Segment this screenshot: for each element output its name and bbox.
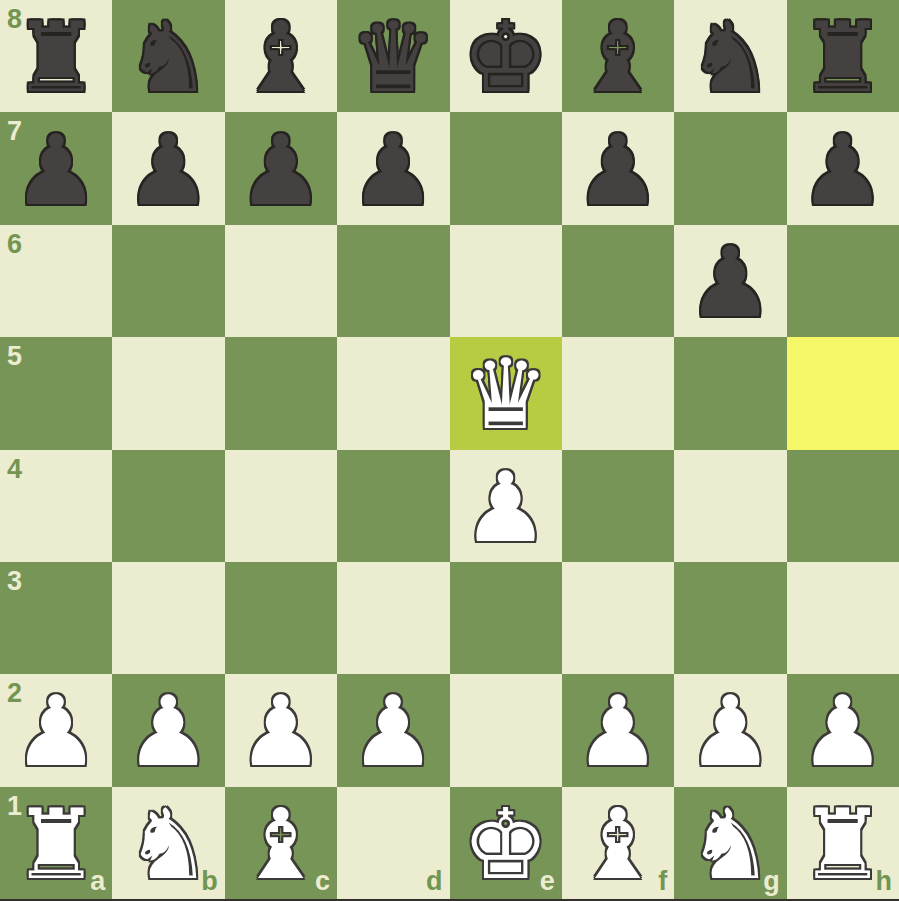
square-a2[interactable]: 2♟ <box>0 674 112 786</box>
square-c7[interactable]: ♟ <box>225 112 337 224</box>
square-f2[interactable]: ♟ <box>562 674 674 786</box>
square-e8[interactable]: ♚ <box>450 0 562 112</box>
black-bishop[interactable]: ♝ <box>237 2 324 112</box>
square-b3[interactable] <box>112 562 224 674</box>
square-g3[interactable] <box>674 562 786 674</box>
square-e7[interactable] <box>450 112 562 224</box>
white-pawn[interactable]: ♟ <box>575 676 662 786</box>
square-b8[interactable]: ♞ <box>112 0 224 112</box>
rank-label-5: 5 <box>7 343 22 370</box>
chess-board-container: 8♜♞♝♛♚♝♞♜7♟♟♟♟♟♟6♟5♛4♟32♟♟♟♟♟♟♟1a♜b♞c♝de… <box>0 0 899 901</box>
square-c4[interactable] <box>225 450 337 562</box>
black-pawn[interactable]: ♟ <box>237 115 324 225</box>
square-b1[interactable]: b♞ <box>112 787 224 899</box>
square-h4[interactable] <box>787 450 899 562</box>
square-c6[interactable] <box>225 225 337 337</box>
black-knight[interactable]: ♞ <box>687 2 774 112</box>
white-pawn[interactable]: ♟ <box>350 676 437 786</box>
white-bishop[interactable]: ♝ <box>237 789 324 899</box>
square-f1[interactable]: f♝ <box>562 787 674 899</box>
square-f5[interactable] <box>562 337 674 449</box>
square-d2[interactable]: ♟ <box>337 674 449 786</box>
white-pawn[interactable]: ♟ <box>687 676 774 786</box>
black-pawn[interactable]: ♟ <box>799 115 886 225</box>
square-c1[interactable]: c♝ <box>225 787 337 899</box>
square-b5[interactable] <box>112 337 224 449</box>
black-knight[interactable]: ♞ <box>125 2 212 112</box>
square-e1[interactable]: e♚ <box>450 787 562 899</box>
square-h1[interactable]: h♜ <box>787 787 899 899</box>
black-queen[interactable]: ♛ <box>350 2 437 112</box>
square-h8[interactable]: ♜ <box>787 0 899 112</box>
square-c2[interactable]: ♟ <box>225 674 337 786</box>
square-g8[interactable]: ♞ <box>674 0 786 112</box>
square-g6[interactable]: ♟ <box>674 225 786 337</box>
chess-board: 8♜♞♝♛♚♝♞♜7♟♟♟♟♟♟6♟5♛4♟32♟♟♟♟♟♟♟1a♜b♞c♝de… <box>0 0 899 899</box>
square-d8[interactable]: ♛ <box>337 0 449 112</box>
square-g5[interactable] <box>674 337 786 449</box>
square-a1[interactable]: 1a♜ <box>0 787 112 899</box>
white-queen[interactable]: ♛ <box>462 339 549 449</box>
square-a4[interactable]: 4 <box>0 450 112 562</box>
square-c3[interactable] <box>225 562 337 674</box>
square-c5[interactable] <box>225 337 337 449</box>
black-pawn[interactable]: ♟ <box>575 115 662 225</box>
black-pawn[interactable]: ♟ <box>687 227 774 337</box>
square-d6[interactable] <box>337 225 449 337</box>
square-g4[interactable] <box>674 450 786 562</box>
rank-label-3: 3 <box>7 568 22 595</box>
square-b4[interactable] <box>112 450 224 562</box>
square-f3[interactable] <box>562 562 674 674</box>
square-d4[interactable] <box>337 450 449 562</box>
white-king[interactable]: ♚ <box>462 789 549 899</box>
square-e4[interactable]: ♟ <box>450 450 562 562</box>
square-g1[interactable]: g♞ <box>674 787 786 899</box>
square-b7[interactable]: ♟ <box>112 112 224 224</box>
square-f8[interactable]: ♝ <box>562 0 674 112</box>
rank-label-4: 4 <box>7 456 22 483</box>
white-pawn[interactable]: ♟ <box>462 452 549 562</box>
square-g2[interactable]: ♟ <box>674 674 786 786</box>
black-rook[interactable]: ♜ <box>13 2 100 112</box>
black-pawn[interactable]: ♟ <box>350 115 437 225</box>
square-a6[interactable]: 6 <box>0 225 112 337</box>
square-d3[interactable] <box>337 562 449 674</box>
black-rook[interactable]: ♜ <box>799 2 886 112</box>
square-e5[interactable]: ♛ <box>450 337 562 449</box>
white-pawn[interactable]: ♟ <box>237 676 324 786</box>
square-e3[interactable] <box>450 562 562 674</box>
square-b6[interactable] <box>112 225 224 337</box>
square-d1[interactable]: d <box>337 787 449 899</box>
square-f4[interactable] <box>562 450 674 562</box>
white-rook[interactable]: ♜ <box>13 789 100 899</box>
square-h6[interactable] <box>787 225 899 337</box>
square-h5[interactable] <box>787 337 899 449</box>
square-h2[interactable]: ♟ <box>787 674 899 786</box>
square-a3[interactable]: 3 <box>0 562 112 674</box>
white-pawn[interactable]: ♟ <box>799 676 886 786</box>
white-knight[interactable]: ♞ <box>125 789 212 899</box>
white-knight[interactable]: ♞ <box>687 789 774 899</box>
black-bishop[interactable]: ♝ <box>575 2 662 112</box>
square-h3[interactable] <box>787 562 899 674</box>
square-a8[interactable]: 8♜ <box>0 0 112 112</box>
square-c8[interactable]: ♝ <box>225 0 337 112</box>
square-f6[interactable] <box>562 225 674 337</box>
white-pawn[interactable]: ♟ <box>13 676 100 786</box>
square-a5[interactable]: 5 <box>0 337 112 449</box>
square-d5[interactable] <box>337 337 449 449</box>
black-king[interactable]: ♚ <box>462 2 549 112</box>
square-d7[interactable]: ♟ <box>337 112 449 224</box>
square-h7[interactable]: ♟ <box>787 112 899 224</box>
square-e6[interactable] <box>450 225 562 337</box>
square-g7[interactable] <box>674 112 786 224</box>
white-bishop[interactable]: ♝ <box>575 789 662 899</box>
black-pawn[interactable]: ♟ <box>125 115 212 225</box>
square-f7[interactable]: ♟ <box>562 112 674 224</box>
square-a7[interactable]: 7♟ <box>0 112 112 224</box>
white-pawn[interactable]: ♟ <box>125 676 212 786</box>
black-pawn[interactable]: ♟ <box>13 115 100 225</box>
square-b2[interactable]: ♟ <box>112 674 224 786</box>
rank-label-6: 6 <box>7 231 22 258</box>
file-label-d: d <box>426 868 443 895</box>
white-rook[interactable]: ♜ <box>799 789 886 899</box>
square-e2[interactable] <box>450 674 562 786</box>
